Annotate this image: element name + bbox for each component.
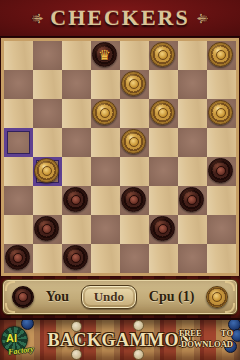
piece-center <box>216 50 226 60</box>
board-square[interactable] <box>91 244 120 273</box>
board-square[interactable] <box>207 99 236 128</box>
backgammon-checker-white-icon <box>133 349 144 360</box>
board-square[interactable] <box>4 70 33 99</box>
ad-cta-to: TO <box>221 328 233 339</box>
king-crown-icon: ♛ <box>98 48 111 62</box>
board-square[interactable] <box>4 157 33 186</box>
piece-center <box>216 108 226 118</box>
board-grid: ♛ <box>1 38 239 276</box>
maroon-piece[interactable] <box>34 216 59 241</box>
maroon-piece[interactable] <box>63 187 88 212</box>
you-label: You <box>46 289 69 305</box>
board-square[interactable]: ♛ <box>91 41 120 70</box>
board-square[interactable] <box>178 128 207 157</box>
board-square[interactable] <box>62 157 91 186</box>
board-square[interactable] <box>149 128 178 157</box>
board-square[interactable] <box>33 215 62 244</box>
board-square[interactable] <box>120 41 149 70</box>
maroon-piece[interactable] <box>179 187 204 212</box>
gold-piece[interactable] <box>150 100 175 125</box>
board-square[interactable] <box>91 157 120 186</box>
board-square[interactable] <box>62 128 91 157</box>
corner-flourish-icon <box>225 281 235 291</box>
board-square[interactable] <box>120 244 149 273</box>
board-square[interactable] <box>33 128 62 157</box>
gold-piece[interactable] <box>34 158 59 183</box>
gold-piece[interactable] <box>121 129 146 154</box>
gold-piece[interactable] <box>92 100 117 125</box>
board-square[interactable] <box>4 99 33 128</box>
piece-center <box>18 292 28 302</box>
piece-center <box>100 108 110 118</box>
piece-center <box>129 79 139 89</box>
board-square[interactable] <box>178 157 207 186</box>
board-square[interactable] <box>33 244 62 273</box>
ad-cta-line2: DOWNLOAD <box>179 339 233 350</box>
board-square[interactable] <box>207 128 236 157</box>
title-bar: ⚜ CHECKERS ⚜ <box>0 0 240 38</box>
board-square[interactable] <box>91 99 120 128</box>
maroon-piece[interactable] <box>5 245 30 270</box>
maroon-piece[interactable] <box>208 158 233 183</box>
app-title: CHECKERS <box>50 7 189 29</box>
board-square[interactable] <box>178 244 207 273</box>
board-square[interactable] <box>62 186 91 215</box>
fleur-ornament-right-icon: ⚜ <box>196 11 211 24</box>
status-zone: You Undo Cpu (1) <box>0 276 240 318</box>
board-zone: ♛ <box>0 38 240 276</box>
maroon-piece[interactable] <box>121 187 146 212</box>
board-square[interactable] <box>207 215 236 244</box>
board-square[interactable] <box>120 157 149 186</box>
corner-flourish-icon <box>5 303 15 313</box>
board-square[interactable] <box>120 70 149 99</box>
piece-center <box>158 108 168 118</box>
board-square[interactable] <box>178 99 207 128</box>
board-square[interactable] <box>149 215 178 244</box>
piece-center <box>158 50 168 60</box>
board-square[interactable] <box>4 244 33 273</box>
board-square[interactable] <box>62 215 91 244</box>
piece-center <box>42 166 52 176</box>
piece-center <box>129 195 139 205</box>
board-square[interactable] <box>149 41 178 70</box>
ad-banner-cta: FREE TO DOWNLOAD <box>179 328 233 349</box>
gold-piece[interactable] <box>208 100 233 125</box>
board-square[interactable] <box>62 70 91 99</box>
board-square[interactable] <box>62 99 91 128</box>
undo-button[interactable]: Undo <box>81 285 137 309</box>
board-square[interactable] <box>4 215 33 244</box>
piece-center <box>71 195 81 205</box>
gold-piece[interactable] <box>208 42 233 67</box>
board-square[interactable] <box>4 128 33 157</box>
board-square[interactable] <box>149 244 178 273</box>
board-square[interactable] <box>91 70 120 99</box>
board-square[interactable] <box>33 157 62 186</box>
piece-center <box>212 292 222 302</box>
gold-piece[interactable] <box>150 42 175 67</box>
board-square[interactable] <box>62 41 91 70</box>
board-square[interactable] <box>207 157 236 186</box>
corner-flourish-icon <box>225 303 235 313</box>
board-square[interactable] <box>178 186 207 215</box>
piece-center <box>13 253 23 263</box>
corner-flourish-icon <box>5 281 15 291</box>
board-square[interactable] <box>207 70 236 99</box>
board-square[interactable] <box>207 186 236 215</box>
board-square[interactable] <box>207 244 236 273</box>
board-square[interactable] <box>149 70 178 99</box>
board-square[interactable] <box>4 41 33 70</box>
board-square[interactable] <box>33 99 62 128</box>
board-square[interactable] <box>207 41 236 70</box>
board-square[interactable] <box>120 99 149 128</box>
board-square[interactable] <box>91 128 120 157</box>
board-square[interactable] <box>120 215 149 244</box>
ad-cta-line1: FREE TO <box>179 328 233 339</box>
piece-center <box>158 224 168 234</box>
status-bar: You Undo Cpu (1) <box>2 279 238 315</box>
board-square[interactable] <box>33 70 62 99</box>
board-square[interactable] <box>120 128 149 157</box>
ad-cta-free: FREE <box>179 328 202 339</box>
board-square[interactable] <box>33 41 62 70</box>
board-square[interactable] <box>178 41 207 70</box>
gold-piece[interactable] <box>121 71 146 96</box>
board-square[interactable] <box>62 244 91 273</box>
board-square[interactable] <box>91 215 120 244</box>
backgammon-ad-banner[interactable]: AI Factory BACKGAMMON FREE TO DOWNLOAD <box>0 318 240 360</box>
maroon-piece[interactable] <box>150 216 175 241</box>
maroon-piece[interactable] <box>63 245 88 270</box>
piece-center <box>216 166 226 176</box>
board-square[interactable] <box>149 157 178 186</box>
board-square[interactable] <box>178 215 207 244</box>
board-square[interactable] <box>91 186 120 215</box>
you-piece-icon <box>12 286 34 308</box>
board-square[interactable] <box>4 186 33 215</box>
board-square[interactable] <box>149 99 178 128</box>
piece-center <box>71 253 81 263</box>
board-square[interactable] <box>149 186 178 215</box>
piece-center <box>129 137 139 147</box>
fleur-ornament-left-icon: ⚜ <box>29 11 44 24</box>
cpu-label: Cpu (1) <box>149 289 195 305</box>
maroon-king-piece[interactable]: ♛ <box>92 42 117 67</box>
board-square[interactable] <box>178 70 207 99</box>
piece-center <box>187 195 197 205</box>
board-square[interactable] <box>33 186 62 215</box>
backgammon-checker-white-icon <box>71 349 82 360</box>
piece-center <box>42 224 52 234</box>
board-square[interactable] <box>120 186 149 215</box>
